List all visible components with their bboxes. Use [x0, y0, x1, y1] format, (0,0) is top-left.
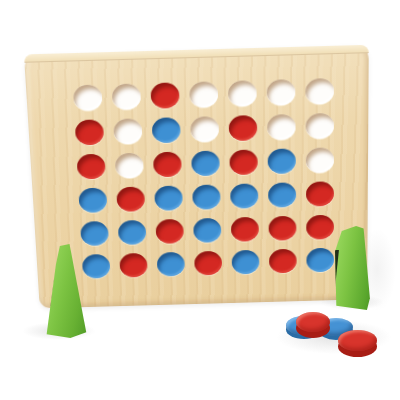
- blue-disc: [82, 253, 111, 278]
- empty-hole: [267, 79, 296, 105]
- cell-r1c6[interactable]: [261, 74, 300, 110]
- red-disc: [229, 115, 258, 141]
- cell-r4c4[interactable]: [187, 179, 226, 214]
- cell-r2c5[interactable]: [223, 110, 262, 146]
- blue-disc: [193, 217, 221, 242]
- cell-r1c4[interactable]: [184, 76, 224, 112]
- empty-hole: [228, 80, 257, 106]
- cell-r1c2[interactable]: [106, 78, 146, 114]
- blue-disc: [152, 117, 181, 143]
- empty-hole: [305, 77, 334, 103]
- empty-hole: [267, 113, 296, 139]
- empty-hole: [112, 83, 142, 109]
- loose-red-disc[interactable]: [296, 312, 330, 338]
- loose-red-disc[interactable]: [338, 330, 377, 357]
- empty-hole: [113, 118, 142, 144]
- cell-r1c1[interactable]: [67, 79, 107, 115]
- cell-r2c1[interactable]: [69, 114, 109, 149]
- cell-r6c6[interactable]: [264, 244, 302, 278]
- empty-hole: [306, 147, 334, 173]
- red-disc: [153, 151, 182, 177]
- blue-disc: [268, 182, 296, 207]
- cell-r3c5[interactable]: [224, 144, 263, 179]
- cell-r1c5[interactable]: [223, 75, 262, 111]
- board-grid: [67, 73, 339, 283]
- cell-r6c7[interactable]: [301, 243, 338, 277]
- red-disc: [116, 186, 145, 211]
- cell-r3c3[interactable]: [148, 146, 187, 181]
- blue-disc: [154, 185, 183, 210]
- cell-r3c6[interactable]: [262, 143, 300, 178]
- blue-disc: [306, 247, 334, 272]
- blue-disc: [232, 249, 260, 274]
- cell-r2c7[interactable]: [300, 108, 339, 144]
- cell-r4c1[interactable]: [73, 182, 113, 217]
- red-disc: [231, 216, 259, 241]
- cell-r2c6[interactable]: [262, 109, 301, 145]
- red-disc: [229, 149, 258, 175]
- empty-hole: [73, 84, 103, 110]
- blue-disc: [192, 184, 221, 209]
- red-disc: [75, 119, 105, 145]
- blue-disc: [157, 251, 185, 276]
- cell-r6c4[interactable]: [189, 246, 227, 280]
- empty-hole: [190, 116, 219, 142]
- cell-r6c3[interactable]: [152, 247, 190, 281]
- red-disc: [306, 181, 334, 206]
- cell-r2c2[interactable]: [108, 113, 148, 149]
- cell-r5c1[interactable]: [75, 216, 114, 250]
- cell-r5c4[interactable]: [188, 213, 226, 247]
- cell-r5c3[interactable]: [150, 214, 189, 248]
- cell-r1c7[interactable]: [300, 73, 339, 109]
- cell-r5c7[interactable]: [301, 210, 339, 244]
- cell-r4c3[interactable]: [149, 180, 188, 215]
- board-face: [24, 45, 369, 309]
- cell-r3c1[interactable]: [71, 149, 111, 184]
- blue-disc: [191, 150, 220, 176]
- red-disc: [269, 248, 297, 273]
- red-disc: [150, 82, 179, 108]
- cell-r4c6[interactable]: [263, 177, 301, 212]
- cell-r2c3[interactable]: [146, 112, 186, 148]
- disc-top: [296, 312, 330, 332]
- empty-hole: [189, 81, 218, 107]
- red-disc: [194, 250, 222, 275]
- cell-r6c2[interactable]: [114, 248, 153, 282]
- cell-r2c4[interactable]: [185, 111, 224, 147]
- cell-r5c5[interactable]: [226, 212, 264, 246]
- red-disc: [269, 215, 297, 240]
- cell-r4c5[interactable]: [225, 178, 263, 213]
- blue-disc: [268, 148, 296, 174]
- red-disc: [119, 252, 148, 277]
- cell-r3c4[interactable]: [186, 145, 225, 180]
- red-disc: [155, 218, 184, 243]
- cell-r5c6[interactable]: [263, 211, 301, 245]
- blue-disc: [230, 183, 258, 208]
- cell-r4c7[interactable]: [301, 176, 339, 211]
- cell-r3c7[interactable]: [301, 142, 339, 177]
- scene: [0, 0, 400, 400]
- cell-r3c2[interactable]: [109, 147, 149, 182]
- cell-r1c3[interactable]: [145, 77, 185, 113]
- board: [24, 45, 369, 309]
- cell-r6c1[interactable]: [77, 249, 116, 283]
- red-disc: [76, 153, 105, 179]
- cell-r6c5[interactable]: [227, 245, 265, 279]
- cell-r5c2[interactable]: [113, 215, 152, 249]
- blue-disc: [80, 221, 109, 246]
- blue-disc: [118, 219, 147, 244]
- cell-r4c2[interactable]: [111, 181, 150, 216]
- empty-hole: [306, 112, 334, 138]
- blue-disc: [78, 187, 107, 212]
- red-disc: [306, 214, 334, 239]
- disc-top: [338, 330, 377, 351]
- empty-hole: [115, 152, 144, 178]
